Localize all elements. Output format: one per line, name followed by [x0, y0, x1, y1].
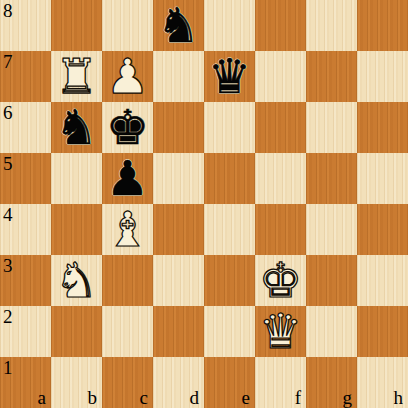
square-h1[interactable]: h	[357, 357, 408, 408]
square-f2[interactable]: ♛	[255, 306, 306, 357]
square-a1[interactable]: 1a	[0, 357, 51, 408]
square-e1[interactable]: e	[204, 357, 255, 408]
square-d4[interactable]	[153, 204, 204, 255]
square-h7[interactable]	[357, 51, 408, 102]
square-e7[interactable]: ♛	[204, 51, 255, 102]
square-b7[interactable]: ♜	[51, 51, 102, 102]
square-b5[interactable]	[51, 153, 102, 204]
square-g7[interactable]	[306, 51, 357, 102]
file-label-c: c	[140, 388, 148, 407]
file-label-a: a	[38, 388, 46, 407]
square-a8[interactable]: 8	[0, 0, 51, 51]
piece-white-king-f3[interactable]: ♚	[255, 255, 306, 306]
square-f8[interactable]	[255, 0, 306, 51]
square-e5[interactable]	[204, 153, 255, 204]
file-label-h: h	[394, 388, 404, 407]
square-g8[interactable]	[306, 0, 357, 51]
square-g5[interactable]	[306, 153, 357, 204]
chess-diagram: 8♞7♜♟♛6♞♚5♟4♝3♞♚2♛1abcdefgh	[0, 0, 408, 408]
square-g4[interactable]	[306, 204, 357, 255]
square-e8[interactable]	[204, 0, 255, 51]
square-e6[interactable]	[204, 102, 255, 153]
file-label-e: e	[242, 388, 250, 407]
square-c3[interactable]	[102, 255, 153, 306]
square-d7[interactable]	[153, 51, 204, 102]
rank-label-2: 2	[3, 307, 13, 326]
square-h4[interactable]	[357, 204, 408, 255]
square-g3[interactable]	[306, 255, 357, 306]
square-c2[interactable]	[102, 306, 153, 357]
chess-board: 8♞7♜♟♛6♞♚5♟4♝3♞♚2♛1abcdefgh	[0, 0, 408, 408]
square-c1[interactable]: c	[102, 357, 153, 408]
square-c7[interactable]: ♟	[102, 51, 153, 102]
piece-black-pawn-c5[interactable]: ♟	[102, 153, 153, 204]
piece-white-bishop-c4[interactable]: ♝	[102, 204, 153, 255]
square-e3[interactable]	[204, 255, 255, 306]
square-h3[interactable]	[357, 255, 408, 306]
square-b8[interactable]	[51, 0, 102, 51]
square-a4[interactable]: 4	[0, 204, 51, 255]
square-b1[interactable]: b	[51, 357, 102, 408]
rank-label-5: 5	[3, 154, 13, 173]
square-h2[interactable]	[357, 306, 408, 357]
square-b6[interactable]: ♞	[51, 102, 102, 153]
square-a7[interactable]: 7	[0, 51, 51, 102]
piece-white-queen-f2[interactable]: ♛	[255, 306, 306, 357]
rank-label-7: 7	[3, 52, 13, 71]
rank-label-4: 4	[3, 205, 13, 224]
square-h8[interactable]	[357, 0, 408, 51]
square-f1[interactable]: f	[255, 357, 306, 408]
square-c5[interactable]: ♟	[102, 153, 153, 204]
rank-label-3: 3	[3, 256, 13, 275]
square-d2[interactable]	[153, 306, 204, 357]
rank-label-6: 6	[3, 103, 13, 122]
square-g1[interactable]: g	[306, 357, 357, 408]
rank-label-8: 8	[3, 1, 13, 20]
file-label-d: d	[190, 388, 200, 407]
square-c6[interactable]: ♚	[102, 102, 153, 153]
square-g2[interactable]	[306, 306, 357, 357]
square-a2[interactable]: 2	[0, 306, 51, 357]
square-e2[interactable]	[204, 306, 255, 357]
piece-black-knight-b6[interactable]: ♞	[51, 102, 102, 153]
piece-black-queen-e7[interactable]: ♛	[204, 51, 255, 102]
rank-label-1: 1	[3, 358, 13, 377]
square-c4[interactable]: ♝	[102, 204, 153, 255]
square-f4[interactable]	[255, 204, 306, 255]
piece-black-knight-d8[interactable]: ♞	[153, 0, 204, 51]
square-h6[interactable]	[357, 102, 408, 153]
file-label-b: b	[88, 388, 98, 407]
square-d6[interactable]	[153, 102, 204, 153]
square-a5[interactable]: 5	[0, 153, 51, 204]
piece-white-rook-b7[interactable]: ♜	[51, 51, 102, 102]
square-b3[interactable]: ♞	[51, 255, 102, 306]
square-d1[interactable]: d	[153, 357, 204, 408]
file-label-f: f	[295, 388, 301, 407]
square-g6[interactable]	[306, 102, 357, 153]
square-d3[interactable]	[153, 255, 204, 306]
square-a6[interactable]: 6	[0, 102, 51, 153]
square-f3[interactable]: ♚	[255, 255, 306, 306]
square-h5[interactable]	[357, 153, 408, 204]
square-b2[interactable]	[51, 306, 102, 357]
piece-black-king-c6[interactable]: ♚	[102, 102, 153, 153]
square-d5[interactable]	[153, 153, 204, 204]
square-b4[interactable]	[51, 204, 102, 255]
piece-white-pawn-c7[interactable]: ♟	[102, 51, 153, 102]
piece-white-knight-b3[interactable]: ♞	[51, 255, 102, 306]
file-label-g: g	[343, 388, 353, 407]
square-e4[interactable]	[204, 204, 255, 255]
square-a3[interactable]: 3	[0, 255, 51, 306]
square-f6[interactable]	[255, 102, 306, 153]
square-c8[interactable]	[102, 0, 153, 51]
square-f5[interactable]	[255, 153, 306, 204]
square-f7[interactable]	[255, 51, 306, 102]
square-d8[interactable]: ♞	[153, 0, 204, 51]
